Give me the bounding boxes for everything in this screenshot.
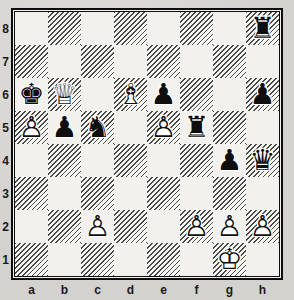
piece-glyph: ♚ <box>19 78 45 111</box>
square-f3[interactable] <box>180 177 213 210</box>
rank-label-4: 4 <box>0 144 11 177</box>
rank-label-8: 8 <box>0 12 11 45</box>
file-label-d: d <box>114 283 147 297</box>
square-e5[interactable]: ♙ <box>147 111 180 144</box>
square-c3[interactable] <box>81 177 114 210</box>
square-e3[interactable] <box>147 177 180 210</box>
square-h1[interactable] <box>246 243 279 276</box>
square-b5[interactable]: ♟ <box>48 111 81 144</box>
square-d6[interactable]: ♗ <box>114 78 147 111</box>
square-e2[interactable] <box>147 210 180 243</box>
piece-glyph: ♙ <box>85 210 111 243</box>
file-label-g: g <box>213 283 246 297</box>
piece-glyph: ♜ <box>184 111 210 144</box>
piece-glyph: ♙ <box>151 111 177 144</box>
square-f4[interactable] <box>180 144 213 177</box>
square-f7[interactable] <box>180 45 213 78</box>
piece-black-king: ♚ <box>15 78 48 111</box>
rank-label-1: 1 <box>0 243 11 276</box>
square-a4[interactable] <box>15 144 48 177</box>
piece-black-queen: ♛ <box>246 144 279 177</box>
square-c1[interactable] <box>81 243 114 276</box>
square-g4[interactable]: ♟ <box>213 144 246 177</box>
piece-glyph: ♙ <box>184 210 210 243</box>
square-c7[interactable] <box>81 45 114 78</box>
square-b3[interactable] <box>48 177 81 210</box>
chess-diagram: 87654321 ♜♚♕♗♟♟♙♟♞♙♜♟♛♙♙♙♙♔ abcdefgh <box>0 0 294 300</box>
file-label-b: b <box>48 283 81 297</box>
square-d7[interactable] <box>114 45 147 78</box>
piece-black-rook: ♜ <box>180 111 213 144</box>
square-d3[interactable] <box>114 177 147 210</box>
square-c8[interactable] <box>81 12 114 45</box>
square-b6[interactable]: ♕ <box>48 78 81 111</box>
piece-white-king: ♔ <box>213 243 246 276</box>
rank-label-6: 6 <box>0 78 11 111</box>
file-label-a: a <box>15 283 48 297</box>
square-f5[interactable]: ♜ <box>180 111 213 144</box>
square-f6[interactable] <box>180 78 213 111</box>
piece-glyph: ♟ <box>52 111 78 144</box>
piece-glyph: ♗ <box>118 78 144 111</box>
square-e8[interactable] <box>147 12 180 45</box>
piece-glyph: ♙ <box>250 210 276 243</box>
square-b7[interactable] <box>48 45 81 78</box>
piece-white-bishop: ♗ <box>114 78 147 111</box>
square-c6[interactable] <box>81 78 114 111</box>
chess-board: ♜♚♕♗♟♟♙♟♞♙♜♟♛♙♙♙♙♔ <box>11 8 283 280</box>
square-g1[interactable]: ♔ <box>213 243 246 276</box>
square-h8[interactable]: ♜ <box>246 12 279 45</box>
square-g5[interactable] <box>213 111 246 144</box>
board-inner-frame: ♜♚♕♗♟♟♙♟♞♙♜♟♛♙♙♙♙♔ <box>14 11 280 277</box>
square-b4[interactable] <box>48 144 81 177</box>
square-c4[interactable] <box>81 144 114 177</box>
square-a1[interactable] <box>15 243 48 276</box>
rank-label-7: 7 <box>0 45 11 78</box>
rank-label-2: 2 <box>0 210 11 243</box>
square-g6[interactable] <box>213 78 246 111</box>
square-f8[interactable] <box>180 12 213 45</box>
square-h6[interactable]: ♟ <box>246 78 279 111</box>
square-e6[interactable]: ♟ <box>147 78 180 111</box>
piece-glyph: ♙ <box>19 111 45 144</box>
piece-glyph: ♟ <box>151 78 177 111</box>
file-labels: abcdefgh <box>15 283 279 297</box>
square-c5[interactable]: ♞ <box>81 111 114 144</box>
piece-glyph: ♞ <box>85 111 111 144</box>
square-e7[interactable] <box>147 45 180 78</box>
square-d4[interactable] <box>114 144 147 177</box>
square-a3[interactable] <box>15 177 48 210</box>
square-a2[interactable] <box>15 210 48 243</box>
file-label-f: f <box>180 283 213 297</box>
square-g8[interactable] <box>213 12 246 45</box>
square-g3[interactable] <box>213 177 246 210</box>
square-e4[interactable] <box>147 144 180 177</box>
square-h2[interactable]: ♙ <box>246 210 279 243</box>
square-d2[interactable] <box>114 210 147 243</box>
square-a6[interactable]: ♚ <box>15 78 48 111</box>
piece-white-pawn: ♙ <box>213 210 246 243</box>
piece-black-knight: ♞ <box>81 111 114 144</box>
piece-glyph: ♟ <box>250 78 276 111</box>
square-h5[interactable] <box>246 111 279 144</box>
piece-black-pawn: ♟ <box>48 111 81 144</box>
rank-label-3: 3 <box>0 177 11 210</box>
file-label-e: e <box>147 283 180 297</box>
square-h4[interactable]: ♛ <box>246 144 279 177</box>
piece-glyph: ♛ <box>250 144 276 177</box>
piece-glyph: ♙ <box>217 210 243 243</box>
piece-glyph: ♜ <box>250 12 276 45</box>
square-h3[interactable] <box>246 177 279 210</box>
square-d5[interactable] <box>114 111 147 144</box>
square-a5[interactable]: ♙ <box>15 111 48 144</box>
piece-white-pawn: ♙ <box>180 210 213 243</box>
piece-black-pawn: ♟ <box>147 78 180 111</box>
square-a7[interactable] <box>15 45 48 78</box>
square-f1[interactable] <box>180 243 213 276</box>
square-b8[interactable] <box>48 12 81 45</box>
piece-black-pawn: ♟ <box>213 144 246 177</box>
square-h7[interactable] <box>246 45 279 78</box>
square-c2[interactable]: ♙ <box>81 210 114 243</box>
piece-black-rook: ♜ <box>246 12 279 45</box>
file-label-c: c <box>81 283 114 297</box>
piece-white-pawn: ♙ <box>147 111 180 144</box>
piece-white-pawn: ♙ <box>81 210 114 243</box>
square-d1[interactable] <box>114 243 147 276</box>
square-f2[interactable]: ♙ <box>180 210 213 243</box>
rank-labels: 87654321 <box>0 12 11 276</box>
square-b2[interactable] <box>48 210 81 243</box>
board-grid: ♜♚♕♗♟♟♙♟♞♙♜♟♛♙♙♙♙♔ <box>15 12 279 276</box>
square-a8[interactable] <box>15 12 48 45</box>
file-label-h: h <box>246 283 279 297</box>
piece-white-queen: ♕ <box>48 78 81 111</box>
piece-glyph: ♟ <box>217 144 243 177</box>
square-g7[interactable] <box>213 45 246 78</box>
piece-glyph: ♕ <box>52 78 78 111</box>
square-d8[interactable] <box>114 12 147 45</box>
square-b1[interactable] <box>48 243 81 276</box>
square-e1[interactable] <box>147 243 180 276</box>
piece-black-pawn: ♟ <box>246 78 279 111</box>
piece-white-pawn: ♙ <box>246 210 279 243</box>
square-g2[interactable]: ♙ <box>213 210 246 243</box>
piece-white-pawn: ♙ <box>15 111 48 144</box>
piece-glyph: ♔ <box>217 243 243 276</box>
rank-label-5: 5 <box>0 111 11 144</box>
